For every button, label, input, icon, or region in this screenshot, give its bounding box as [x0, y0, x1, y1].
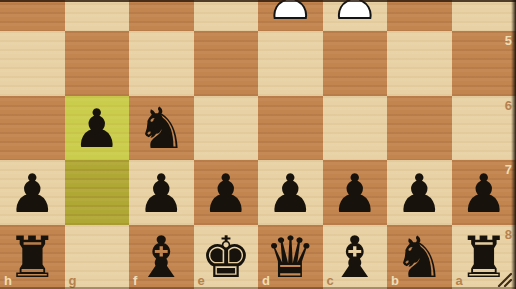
piece-black-pawn[interactable]: ♟ — [202, 167, 250, 220]
piece-black-bishop[interactable]: ♝ — [329, 229, 380, 286]
square-f4[interactable] — [129, 0, 194, 31]
square-e4[interactable] — [194, 0, 259, 31]
square-c6[interactable] — [323, 96, 388, 161]
square-f8[interactable]: f♝ — [129, 225, 194, 289]
square-e8[interactable]: e♚ — [194, 225, 259, 289]
square-d7[interactable]: ♟ — [258, 160, 323, 225]
square-b7[interactable]: ♟ — [387, 160, 452, 225]
square-f6[interactable]: ♞ — [129, 96, 194, 161]
piece-black-pawn[interactable]: ♟ — [73, 102, 121, 155]
piece-black-pawn[interactable]: ♟ — [266, 167, 314, 220]
square-c5[interactable] — [323, 31, 388, 96]
square-e6[interactable] — [194, 96, 259, 161]
piece-black-pawn[interactable]: ♟ — [395, 167, 443, 220]
square-b6[interactable] — [387, 96, 452, 161]
square-f7[interactable]: ♟ — [129, 160, 194, 225]
piece-black-bishop[interactable]: ♝ — [136, 229, 187, 286]
square-a4[interactable]: 4 — [452, 0, 516, 31]
square-g7[interactable] — [65, 160, 130, 225]
square-d5[interactable] — [258, 31, 323, 96]
square-d8[interactable]: d♛ — [258, 225, 323, 289]
piece-black-knight[interactable]: ♞ — [394, 229, 445, 286]
square-b5[interactable] — [387, 31, 452, 96]
piece-black-knight[interactable]: ♞ — [136, 100, 187, 157]
board-resize-handle-icon[interactable] — [496, 271, 512, 287]
square-h7[interactable]: ♟ — [0, 160, 65, 225]
square-g4[interactable] — [65, 0, 130, 31]
square-h8[interactable]: h♜ — [0, 225, 65, 289]
rank-label-6: 6 — [505, 99, 512, 112]
piece-black-pawn[interactable]: ♟ — [8, 167, 56, 220]
piece-white-pawn[interactable]: ♟ — [266, 0, 314, 26]
square-g6[interactable]: ♟ — [65, 96, 130, 161]
piece-black-pawn[interactable]: ♟ — [460, 167, 508, 220]
square-e5[interactable] — [194, 31, 259, 96]
file-label-g: g — [69, 274, 77, 287]
square-f5[interactable] — [129, 31, 194, 96]
square-a7[interactable]: 7♟ — [452, 160, 516, 225]
square-d6[interactable] — [258, 96, 323, 161]
rank-label-5: 5 — [505, 34, 512, 47]
piece-black-pawn[interactable]: ♟ — [331, 167, 379, 220]
square-e7[interactable]: ♟ — [194, 160, 259, 225]
piece-black-rook[interactable]: ♜ — [7, 229, 58, 286]
square-h5[interactable] — [0, 31, 65, 96]
square-h4[interactable] — [0, 0, 65, 31]
square-b8[interactable]: b♞ — [387, 225, 452, 289]
square-c8[interactable]: c♝ — [323, 225, 388, 289]
square-b4[interactable] — [387, 0, 452, 31]
square-h6[interactable] — [0, 96, 65, 161]
chess-board-viewport: ♜♞♝♚♛♝♞1♜♟♟♟♟♟2♟3♟♟45♟♞6♟♟♟♟♟♟7♟h♜gf♝e♚d… — [0, 0, 516, 289]
piece-white-pawn[interactable]: ♟ — [331, 0, 379, 26]
square-d4[interactable]: ♟ — [258, 0, 323, 31]
square-g8[interactable]: g — [65, 225, 130, 289]
piece-black-pawn[interactable]: ♟ — [137, 167, 185, 220]
chess-board: ♜♞♝♚♛♝♞1♜♟♟♟♟♟2♟3♟♟45♟♞6♟♟♟♟♟♟7♟h♜gf♝e♚d… — [0, 0, 516, 289]
piece-black-queen[interactable]: ♛ — [265, 229, 316, 286]
square-c4[interactable]: ♟ — [323, 0, 388, 31]
square-a6[interactable]: 6 — [452, 96, 516, 161]
square-g5[interactable] — [65, 31, 130, 96]
square-a5[interactable]: 5 — [452, 31, 516, 96]
piece-black-king[interactable]: ♚ — [200, 229, 251, 286]
square-c7[interactable]: ♟ — [323, 160, 388, 225]
